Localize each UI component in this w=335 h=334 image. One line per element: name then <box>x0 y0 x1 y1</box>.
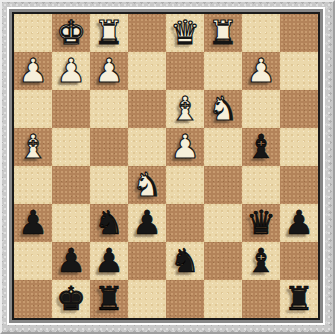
chess-app-window: ♚♜♛♜♟♟♟♟♝♞♝♟♝♞♟♞♟♛♟♟♟♞♝♚♜♜ <box>0 0 335 334</box>
white-knight[interactable]: ♞ <box>208 92 238 125</box>
square-f7[interactable] <box>204 52 242 90</box>
square-g3[interactable]: ♛ <box>242 204 280 242</box>
black-knight[interactable]: ♞ <box>94 206 124 239</box>
square-f8[interactable]: ♜ <box>204 14 242 52</box>
square-h1[interactable]: ♜ <box>280 280 318 318</box>
square-a4[interactable] <box>14 166 52 204</box>
square-c2[interactable]: ♟ <box>90 242 128 280</box>
square-d3[interactable]: ♟ <box>128 204 166 242</box>
square-h2[interactable] <box>280 242 318 280</box>
square-a5[interactable]: ♝ <box>14 128 52 166</box>
square-d5[interactable] <box>128 128 166 166</box>
square-b3[interactable] <box>52 204 90 242</box>
square-h8[interactable] <box>280 14 318 52</box>
black-king[interactable]: ♚ <box>56 282 86 315</box>
square-f6[interactable]: ♞ <box>204 90 242 128</box>
black-bishop[interactable]: ♝ <box>246 130 276 163</box>
white-rook[interactable]: ♜ <box>94 16 124 49</box>
square-b1[interactable]: ♚ <box>52 280 90 318</box>
white-queen[interactable]: ♛ <box>170 16 200 49</box>
black-knight[interactable]: ♞ <box>170 244 200 277</box>
square-a3[interactable]: ♟ <box>14 204 52 242</box>
black-pawn[interactable]: ♟ <box>18 206 48 239</box>
square-g7[interactable]: ♟ <box>242 52 280 90</box>
square-g1[interactable] <box>242 280 280 318</box>
square-c5[interactable] <box>90 128 128 166</box>
square-d7[interactable] <box>128 52 166 90</box>
square-e1[interactable] <box>166 280 204 318</box>
square-b6[interactable] <box>52 90 90 128</box>
square-a7[interactable]: ♟ <box>14 52 52 90</box>
white-knight[interactable]: ♞ <box>132 168 162 201</box>
square-a1[interactable] <box>14 280 52 318</box>
white-bishop[interactable]: ♝ <box>18 130 48 163</box>
square-g6[interactable] <box>242 90 280 128</box>
white-king[interactable]: ♚ <box>56 16 86 49</box>
black-pawn[interactable]: ♟ <box>132 206 162 239</box>
square-d1[interactable] <box>128 280 166 318</box>
square-h7[interactable] <box>280 52 318 90</box>
square-h6[interactable] <box>280 90 318 128</box>
square-d8[interactable] <box>128 14 166 52</box>
square-f2[interactable] <box>204 242 242 280</box>
black-pawn[interactable]: ♟ <box>284 206 314 239</box>
square-b7[interactable]: ♟ <box>52 52 90 90</box>
square-b4[interactable] <box>52 166 90 204</box>
square-c6[interactable] <box>90 90 128 128</box>
square-e2[interactable]: ♞ <box>166 242 204 280</box>
black-bishop[interactable]: ♝ <box>246 244 276 277</box>
square-g2[interactable]: ♝ <box>242 242 280 280</box>
square-e7[interactable] <box>166 52 204 90</box>
square-c1[interactable]: ♜ <box>90 280 128 318</box>
board-frame-highlight: ♚♜♛♜♟♟♟♟♝♞♝♟♝♞♟♞♟♛♟♟♟♞♝♚♜♜ <box>7 7 325 325</box>
square-c4[interactable] <box>90 166 128 204</box>
square-f5[interactable] <box>204 128 242 166</box>
white-pawn[interactable]: ♟ <box>246 54 276 87</box>
board-border: ♚♜♛♜♟♟♟♟♝♞♝♟♝♞♟♞♟♛♟♟♟♞♝♚♜♜ <box>12 12 320 320</box>
square-g5[interactable]: ♝ <box>242 128 280 166</box>
square-e6[interactable]: ♝ <box>166 90 204 128</box>
square-f1[interactable] <box>204 280 242 318</box>
square-e5[interactable]: ♟ <box>166 128 204 166</box>
square-h5[interactable] <box>280 128 318 166</box>
black-pawn[interactable]: ♟ <box>56 244 86 277</box>
square-a2[interactable] <box>14 242 52 280</box>
black-rook[interactable]: ♜ <box>284 282 314 315</box>
black-rook[interactable]: ♜ <box>94 282 124 315</box>
square-b2[interactable]: ♟ <box>52 242 90 280</box>
square-d4[interactable]: ♞ <box>128 166 166 204</box>
square-f4[interactable] <box>204 166 242 204</box>
chess-board: ♚♜♛♜♟♟♟♟♝♞♝♟♝♞♟♞♟♛♟♟♟♞♝♚♜♜ <box>14 14 318 318</box>
square-h3[interactable]: ♟ <box>280 204 318 242</box>
square-e4[interactable] <box>166 166 204 204</box>
square-b8[interactable]: ♚ <box>52 14 90 52</box>
square-a8[interactable] <box>14 14 52 52</box>
square-c3[interactable]: ♞ <box>90 204 128 242</box>
square-g8[interactable] <box>242 14 280 52</box>
white-rook[interactable]: ♜ <box>208 16 238 49</box>
board-frame-shadow: ♚♜♛♜♟♟♟♟♝♞♝♟♝♞♟♞♟♛♟♟♟♞♝♚♜♜ <box>9 9 323 323</box>
square-e8[interactable]: ♛ <box>166 14 204 52</box>
square-d2[interactable] <box>128 242 166 280</box>
square-b5[interactable] <box>52 128 90 166</box>
white-pawn[interactable]: ♟ <box>18 54 48 87</box>
square-h4[interactable] <box>280 166 318 204</box>
square-c8[interactable]: ♜ <box>90 14 128 52</box>
square-g4[interactable] <box>242 166 280 204</box>
white-pawn[interactable]: ♟ <box>94 54 124 87</box>
square-e3[interactable] <box>166 204 204 242</box>
square-f3[interactable] <box>204 204 242 242</box>
white-bishop[interactable]: ♝ <box>170 92 200 125</box>
white-pawn[interactable]: ♟ <box>170 130 200 163</box>
black-queen[interactable]: ♛ <box>246 206 276 239</box>
square-a6[interactable] <box>14 90 52 128</box>
black-pawn[interactable]: ♟ <box>94 244 124 277</box>
square-d6[interactable] <box>128 90 166 128</box>
square-c7[interactable]: ♟ <box>90 52 128 90</box>
white-pawn[interactable]: ♟ <box>56 54 86 87</box>
